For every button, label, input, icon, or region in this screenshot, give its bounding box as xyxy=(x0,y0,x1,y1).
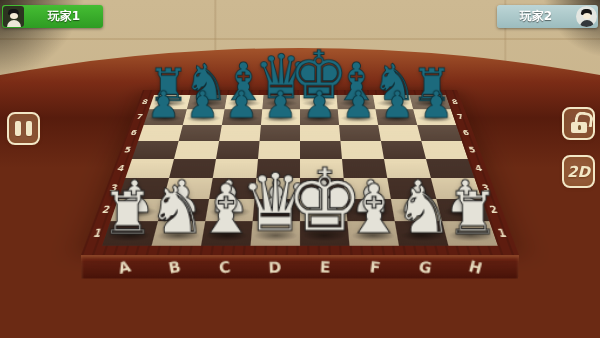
file-label-f: F xyxy=(349,252,402,281)
player2-name: 玩家2 xyxy=(497,8,575,25)
view-2d-button[interactable]: 2D xyxy=(562,155,595,188)
file-label-c: C xyxy=(198,252,251,281)
player1-name: 玩家1 xyxy=(25,8,103,25)
file-label-g: G xyxy=(399,251,453,283)
player2-badge: 玩家2 xyxy=(497,5,598,28)
black-pawn-glyph: ♟ xyxy=(389,86,484,123)
file-label-b: B xyxy=(148,251,202,283)
board-frame: 87654321 87654321 ABCDEFGH ♜♞♝♛♚♝♞♜♟♟♟♟♟… xyxy=(81,90,519,255)
player1-avatar-icon xyxy=(3,6,24,27)
file-labels: ABCDEFGH xyxy=(81,255,519,279)
player2-avatar-icon xyxy=(576,6,597,27)
pause-icon xyxy=(15,121,21,136)
piece-white-rook[interactable]: ♜ xyxy=(442,221,498,245)
file-label-e: E xyxy=(300,254,351,279)
piece-black-pawn[interactable]: ♟ xyxy=(413,109,456,124)
file-label-d: D xyxy=(249,254,300,279)
game-scene: 87654321 87654321 ABCDEFGH ♜♞♝♛♚♝♞♜♟♟♟♟♟… xyxy=(0,0,600,338)
lock-button[interactable] xyxy=(562,107,595,140)
pause-button[interactable] xyxy=(7,112,40,145)
player1-badge: 玩家1 xyxy=(2,5,103,28)
chess-board[interactable]: 87654321 87654321 ABCDEFGH ♜♞♝♛♚♝♞♜♟♟♟♟♟… xyxy=(81,90,519,255)
white-rook-glyph: ♜ xyxy=(413,185,533,244)
